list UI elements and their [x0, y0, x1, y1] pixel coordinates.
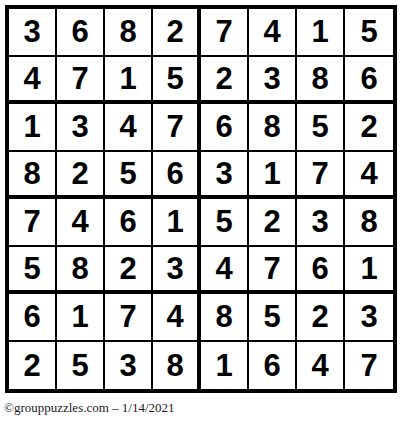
cell-r2c6[interactable]: 3: [249, 57, 297, 105]
cell-r2c7[interactable]: 8: [297, 57, 345, 105]
cell-r8c1[interactable]: 2: [9, 342, 57, 390]
cell-r3c6[interactable]: 8: [249, 104, 297, 152]
cell-r7c4[interactable]: 4: [153, 294, 201, 342]
cell-r6c7[interactable]: 6: [297, 247, 345, 295]
cell-r3c7[interactable]: 5: [297, 104, 345, 152]
cell-r4c7[interactable]: 7: [297, 152, 345, 200]
cell-r1c3[interactable]: 8: [105, 9, 153, 57]
cell-r6c8[interactable]: 1: [345, 247, 393, 295]
cell-r2c1[interactable]: 4: [9, 57, 57, 105]
cell-r1c1[interactable]: 3: [9, 9, 57, 57]
cell-r8c7[interactable]: 4: [297, 342, 345, 390]
cell-r6c3[interactable]: 2: [105, 247, 153, 295]
cell-r8c5[interactable]: 1: [201, 342, 249, 390]
cell-r5c1[interactable]: 7: [9, 199, 57, 247]
cell-r7c6[interactable]: 5: [249, 294, 297, 342]
cell-r3c5[interactable]: 6: [201, 104, 249, 152]
cell-r4c4[interactable]: 6: [153, 152, 201, 200]
cell-r8c8[interactable]: 7: [345, 342, 393, 390]
cell-r1c2[interactable]: 6: [57, 9, 105, 57]
cell-r3c3[interactable]: 4: [105, 104, 153, 152]
cell-r4c1[interactable]: 8: [9, 152, 57, 200]
cell-r6c2[interactable]: 8: [57, 247, 105, 295]
cell-r3c1[interactable]: 1: [9, 104, 57, 152]
cell-r8c2[interactable]: 5: [57, 342, 105, 390]
cell-r4c2[interactable]: 2: [57, 152, 105, 200]
cell-r8c4[interactable]: 8: [153, 342, 201, 390]
cell-r6c5[interactable]: 4: [201, 247, 249, 295]
cell-r5c2[interactable]: 4: [57, 199, 105, 247]
cell-r7c5[interactable]: 8: [201, 294, 249, 342]
cell-r1c6[interactable]: 4: [249, 9, 297, 57]
cell-r4c3[interactable]: 5: [105, 152, 153, 200]
cell-r2c4[interactable]: 5: [153, 57, 201, 105]
cell-r5c8[interactable]: 8: [345, 199, 393, 247]
cell-r5c7[interactable]: 3: [297, 199, 345, 247]
cell-r4c6[interactable]: 1: [249, 152, 297, 200]
cell-r7c7[interactable]: 2: [297, 294, 345, 342]
cell-r6c4[interactable]: 3: [153, 247, 201, 295]
cell-r1c7[interactable]: 1: [297, 9, 345, 57]
cell-r7c1[interactable]: 6: [9, 294, 57, 342]
cell-r5c6[interactable]: 2: [249, 199, 297, 247]
cell-r2c8[interactable]: 6: [345, 57, 393, 105]
cell-r5c3[interactable]: 6: [105, 199, 153, 247]
cell-r7c8[interactable]: 3: [345, 294, 393, 342]
cell-r3c4[interactable]: 7: [153, 104, 201, 152]
cell-r6c6[interactable]: 7: [249, 247, 297, 295]
cell-r1c8[interactable]: 5: [345, 9, 393, 57]
cell-r7c3[interactable]: 7: [105, 294, 153, 342]
cell-r5c4[interactable]: 1: [153, 199, 201, 247]
sudoku-board: 3682741547152386134768528256317474615238…: [5, 5, 397, 393]
puzzle-page: 3682741547152386134768528256317474615238…: [0, 0, 402, 424]
cell-r3c8[interactable]: 2: [345, 104, 393, 152]
cell-r4c5[interactable]: 3: [201, 152, 249, 200]
cell-r2c2[interactable]: 7: [57, 57, 105, 105]
copyright-credit: ©grouppuzzles.com – 1/14/2021: [4, 400, 175, 416]
cell-r2c3[interactable]: 1: [105, 57, 153, 105]
cell-r8c3[interactable]: 3: [105, 342, 153, 390]
cell-r1c5[interactable]: 7: [201, 9, 249, 57]
cell-r6c1[interactable]: 5: [9, 247, 57, 295]
cell-r1c4[interactable]: 2: [153, 9, 201, 57]
cell-r3c2[interactable]: 3: [57, 104, 105, 152]
cell-r4c8[interactable]: 4: [345, 152, 393, 200]
cell-r5c5[interactable]: 5: [201, 199, 249, 247]
cell-r7c2[interactable]: 1: [57, 294, 105, 342]
cell-r8c6[interactable]: 6: [249, 342, 297, 390]
cell-r2c5[interactable]: 2: [201, 57, 249, 105]
